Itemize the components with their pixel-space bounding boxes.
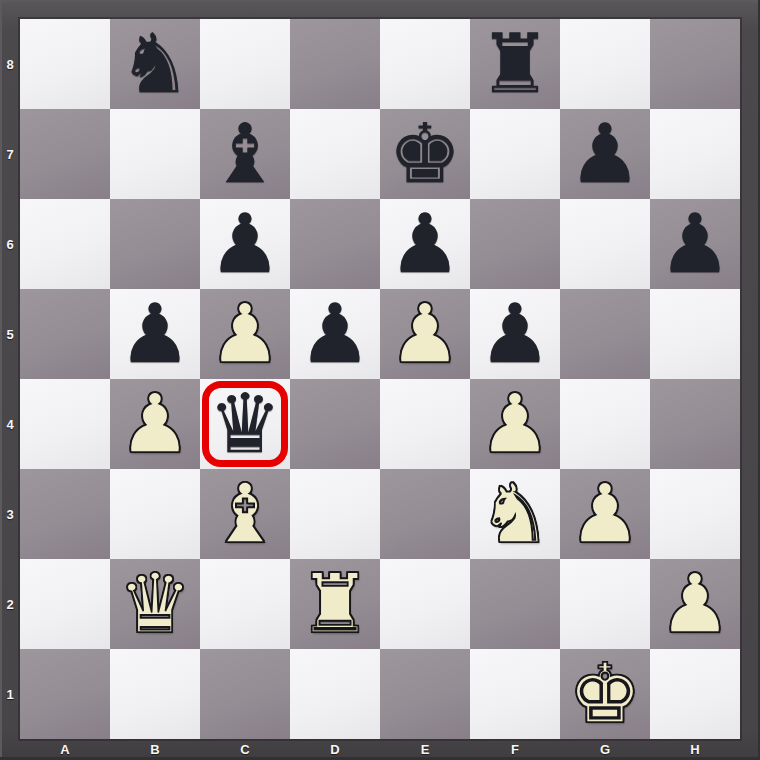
square-c1[interactable] (200, 649, 290, 739)
square-b1[interactable] (110, 649, 200, 739)
piece-black-bishop-c7[interactable]: ♝ (200, 109, 290, 199)
square-g6[interactable] (560, 199, 650, 289)
square-f2[interactable] (470, 559, 560, 649)
square-a5[interactable] (20, 289, 110, 379)
file-label-f: F (470, 739, 560, 759)
piece-black-pawn-b5[interactable]: ♟ (110, 289, 200, 379)
file-label-g: G (560, 739, 650, 759)
square-f8[interactable]: ♜ (470, 19, 560, 109)
square-d1[interactable] (290, 649, 380, 739)
piece-white-king-g1[interactable]: ♚ (560, 649, 650, 739)
rank-label-8: 8 (0, 19, 20, 109)
piece-black-pawn-d5[interactable]: ♟ (290, 289, 380, 379)
square-d3[interactable] (290, 469, 380, 559)
rank-label-5: 5 (0, 289, 20, 379)
file-label-d: D (290, 739, 380, 759)
square-b5[interactable]: ♟ (110, 289, 200, 379)
rank-label-1: 1 (0, 649, 20, 739)
piece-white-pawn-c5[interactable]: ♟ (200, 289, 290, 379)
square-f3[interactable]: ♞ (470, 469, 560, 559)
square-e8[interactable] (380, 19, 470, 109)
square-d5[interactable]: ♟ (290, 289, 380, 379)
square-c2[interactable] (200, 559, 290, 649)
square-h2[interactable]: ♟ (650, 559, 740, 649)
square-a1[interactable] (20, 649, 110, 739)
file-labels: ABCDEFGH (20, 739, 740, 759)
square-h8[interactable] (650, 19, 740, 109)
rank-label-6: 6 (0, 199, 20, 289)
file-label-c: C (200, 739, 290, 759)
piece-white-pawn-h2[interactable]: ♟ (650, 559, 740, 649)
file-label-b: B (110, 739, 200, 759)
piece-black-king-e7[interactable]: ♚ (380, 109, 470, 199)
rank-label-4: 4 (0, 379, 20, 469)
square-c3[interactable]: ♝ (200, 469, 290, 559)
rank-labels: 87654321 (0, 19, 20, 739)
square-d6[interactable] (290, 199, 380, 289)
square-c6[interactable]: ♟ (200, 199, 290, 289)
piece-black-pawn-c6[interactable]: ♟ (200, 199, 290, 289)
square-a4[interactable] (20, 379, 110, 469)
square-a2[interactable] (20, 559, 110, 649)
piece-white-knight-f3[interactable]: ♞ (470, 469, 560, 559)
square-f6[interactable] (470, 199, 560, 289)
square-h6[interactable]: ♟ (650, 199, 740, 289)
piece-black-pawn-g7[interactable]: ♟ (560, 109, 650, 199)
piece-black-pawn-h6[interactable]: ♟ (650, 199, 740, 289)
square-a3[interactable] (20, 469, 110, 559)
piece-white-queen-b2[interactable]: ♛ (110, 559, 200, 649)
square-c8[interactable] (200, 19, 290, 109)
square-c7[interactable]: ♝ (200, 109, 290, 199)
piece-white-rook-d2[interactable]: ♜ (290, 559, 380, 649)
square-h3[interactable] (650, 469, 740, 559)
square-d4[interactable] (290, 379, 380, 469)
square-g5[interactable] (560, 289, 650, 379)
square-c5[interactable]: ♟ (200, 289, 290, 379)
square-e2[interactable] (380, 559, 470, 649)
square-g4[interactable] (560, 379, 650, 469)
file-label-h: H (650, 739, 740, 759)
rank-label-7: 7 (0, 109, 20, 199)
piece-black-pawn-f5[interactable]: ♟ (470, 289, 560, 379)
square-a8[interactable] (20, 19, 110, 109)
square-f7[interactable] (470, 109, 560, 199)
square-f5[interactable]: ♟ (470, 289, 560, 379)
square-b7[interactable] (110, 109, 200, 199)
square-e1[interactable] (380, 649, 470, 739)
rank-label-3: 3 (0, 469, 20, 559)
piece-white-pawn-g3[interactable]: ♟ (560, 469, 650, 559)
piece-black-knight-b8[interactable]: ♞ (110, 19, 200, 109)
square-e3[interactable] (380, 469, 470, 559)
square-e7[interactable]: ♚ (380, 109, 470, 199)
rank-label-2: 2 (0, 559, 20, 649)
file-label-e: E (380, 739, 470, 759)
square-e5[interactable]: ♟ (380, 289, 470, 379)
square-b4[interactable]: ♟ (110, 379, 200, 469)
square-b2[interactable]: ♛ (110, 559, 200, 649)
file-label-a: A (20, 739, 110, 759)
piece-black-queen-c4[interactable]: ♛ (200, 379, 290, 469)
piece-white-pawn-f4[interactable]: ♟ (470, 379, 560, 469)
board-frame: 87654321 ♞♜♝♚♟♟♟♟♟♟♟♟♟♟♛♟♝♞♟♛♜♟♚ ABCDEFG… (0, 0, 760, 760)
square-b6[interactable] (110, 199, 200, 289)
square-e4[interactable] (380, 379, 470, 469)
square-h7[interactable] (650, 109, 740, 199)
square-h1[interactable] (650, 649, 740, 739)
square-e6[interactable]: ♟ (380, 199, 470, 289)
square-d8[interactable] (290, 19, 380, 109)
square-f1[interactable] (470, 649, 560, 739)
square-g2[interactable] (560, 559, 650, 649)
piece-white-bishop-c3[interactable]: ♝ (200, 469, 290, 559)
piece-white-pawn-e5[interactable]: ♟ (380, 289, 470, 379)
square-f4[interactable]: ♟ (470, 379, 560, 469)
square-d2[interactable]: ♜ (290, 559, 380, 649)
square-b3[interactable] (110, 469, 200, 559)
square-d7[interactable] (290, 109, 380, 199)
square-a7[interactable] (20, 109, 110, 199)
square-g3[interactable]: ♟ (560, 469, 650, 559)
piece-white-pawn-b4[interactable]: ♟ (110, 379, 200, 469)
square-g1[interactable]: ♚ (560, 649, 650, 739)
square-h4[interactable] (650, 379, 740, 469)
square-g8[interactable] (560, 19, 650, 109)
square-c4[interactable]: ♛ (200, 379, 290, 469)
piece-black-pawn-e6[interactable]: ♟ (380, 199, 470, 289)
square-h5[interactable] (650, 289, 740, 379)
square-b8[interactable]: ♞ (110, 19, 200, 109)
square-a6[interactable] (20, 199, 110, 289)
square-g7[interactable]: ♟ (560, 109, 650, 199)
chess-board[interactable]: ♞♜♝♚♟♟♟♟♟♟♟♟♟♟♛♟♝♞♟♛♜♟♚ (20, 19, 740, 739)
piece-black-rook-f8[interactable]: ♜ (470, 19, 560, 109)
